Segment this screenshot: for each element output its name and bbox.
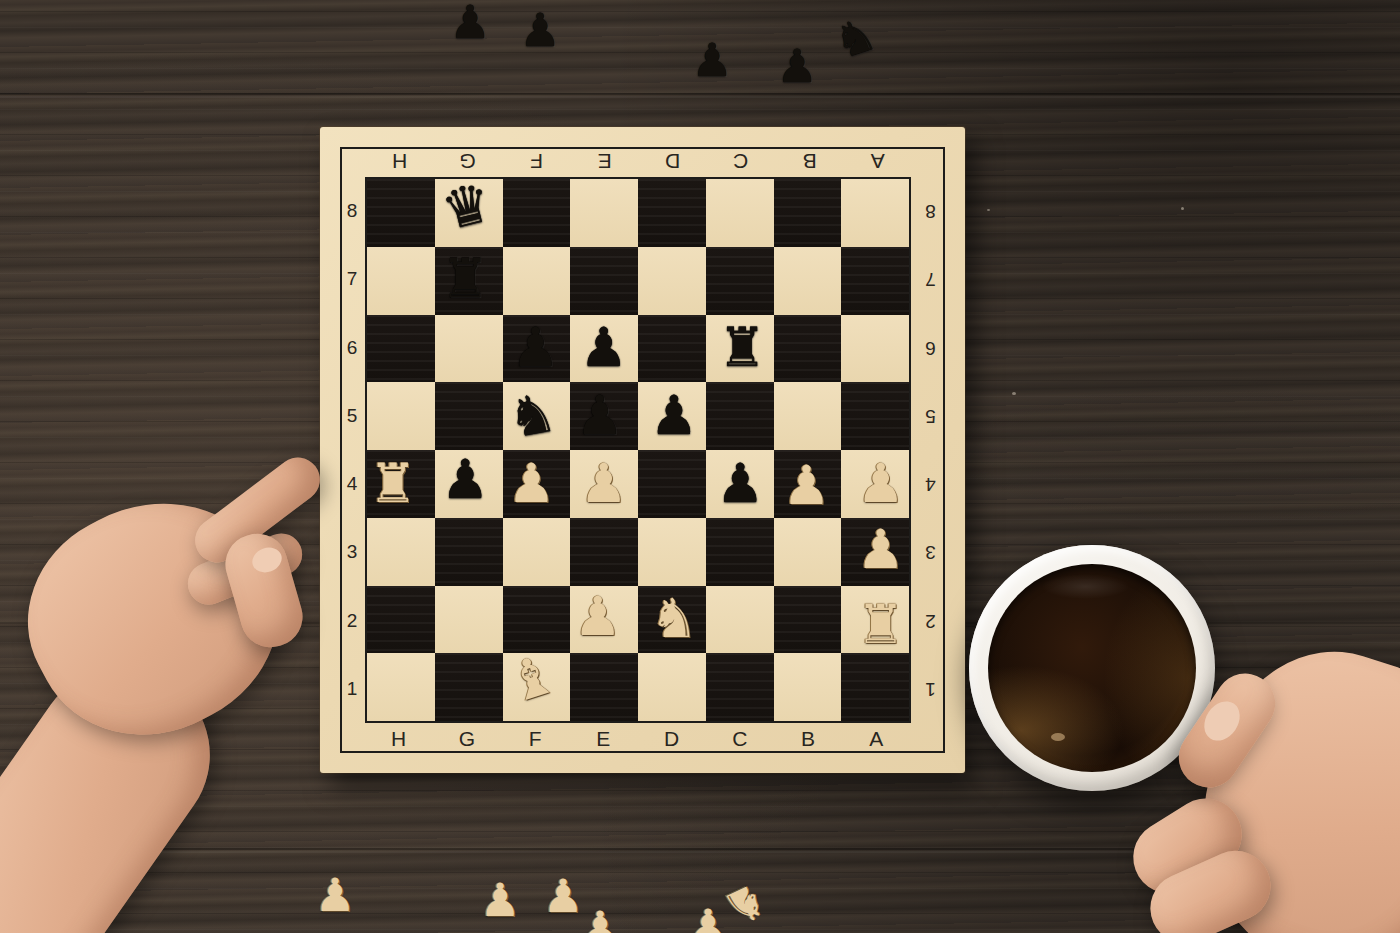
captured-white-pawn[interactable]: ♟ [575,903,625,933]
piece-black-pawn-f6[interactable]: ♟ [502,314,570,382]
coord-left-2: 2 [340,587,365,655]
square-e7[interactable] [570,247,638,315]
coord-bottom-h: H [365,726,433,752]
piece-white-pawn-e2[interactable]: ♟ [564,583,632,651]
plank-seam-highlight [0,96,1400,98]
square-c2[interactable] [706,586,774,654]
wood-speck [1012,392,1016,395]
piece-white-rook-h4[interactable]: ♜ [359,450,427,518]
square-c3[interactable] [706,518,774,586]
coord-top-a: A [843,148,911,175]
square-d8[interactable] [638,179,706,247]
piece-black-rook-c6[interactable]: ♜ [708,314,776,382]
square-f8[interactable] [503,179,571,247]
square-b2[interactable] [774,586,842,654]
square-a5[interactable] [841,382,909,450]
square-b8[interactable] [774,179,842,247]
coord-bottom-b: B [775,726,843,752]
coord-top-d: D [638,148,706,175]
square-a6[interactable] [841,315,909,383]
coord-right-7: 7 [913,245,947,313]
square-b1[interactable] [774,653,842,721]
coord-left-7: 7 [340,245,365,313]
square-d4[interactable] [638,450,706,518]
square-h2[interactable] [367,586,435,654]
coord-left-8: 8 [340,177,365,245]
square-g3[interactable] [435,518,503,586]
coord-bottom-e: E [570,726,638,752]
square-e8[interactable] [570,179,638,247]
coord-bottom-f: F [502,726,570,752]
square-h6[interactable] [367,315,435,383]
piece-white-rook-a2[interactable]: ♜ [847,591,915,659]
wood-speck [987,209,990,211]
coord-bottom-a: A [843,726,911,752]
coord-top-h: H [365,148,433,175]
plank-seam [0,93,1400,95]
photo-stage: HGFEDCBAHGFEDCBA8765432187654321 ♛♜♟♟♜♞♟… [0,0,1400,933]
square-b3[interactable] [774,518,842,586]
coord-left-3: 3 [340,518,365,586]
square-h8[interactable] [367,179,435,247]
coord-top-b: B [775,148,843,175]
square-b5[interactable] [774,382,842,450]
square-e1[interactable] [570,653,638,721]
square-a7[interactable] [841,247,909,315]
captured-black-pawn[interactable]: ♟ [515,5,565,55]
coord-right-5: 5 [913,382,947,450]
square-e3[interactable] [570,518,638,586]
square-h3[interactable] [367,518,435,586]
coord-bottom-c: C [706,726,774,752]
square-g2[interactable] [435,586,503,654]
captured-white-pawn[interactable]: ♟ [310,870,360,920]
square-b6[interactable] [774,315,842,383]
piece-white-knight-d2[interactable]: ♞ [640,585,708,653]
square-h1[interactable] [367,653,435,721]
coord-left-6: 6 [340,314,365,382]
coord-bottom-g: G [433,726,501,752]
square-b7[interactable] [774,247,842,315]
coffee-glint [1051,733,1065,741]
piece-white-pawn-e4[interactable]: ♟ [570,450,638,518]
square-d7[interactable] [638,247,706,315]
square-f7[interactable] [503,247,571,315]
square-d1[interactable] [638,653,706,721]
captured-white-pawn[interactable]: ♟ [475,875,525,925]
piece-black-pawn-g4[interactable]: ♟ [431,446,499,514]
coord-right-1: 1 [913,655,947,723]
square-c7[interactable] [706,247,774,315]
coord-right-8: 8 [913,177,947,245]
piece-black-pawn-e6[interactable]: ♟ [570,314,638,382]
wood-speck [1181,207,1184,210]
piece-white-pawn-a3[interactable]: ♟ [847,516,915,584]
coffee-surface [988,564,1196,772]
square-a1[interactable] [841,653,909,721]
coord-right-6: 6 [913,314,947,382]
piece-black-rook-g7[interactable]: ♜ [431,245,499,313]
square-f3[interactable] [503,518,571,586]
square-c1[interactable] [706,653,774,721]
square-c8[interactable] [706,179,774,247]
coord-left-1: 1 [340,655,365,723]
square-h5[interactable] [367,382,435,450]
piece-white-pawn-b4[interactable]: ♟ [773,452,841,520]
chess-board[interactable]: HGFEDCBAHGFEDCBA8765432187654321 ♛♜♟♟♜♞♟… [320,127,965,773]
captured-black-pawn[interactable]: ♟ [445,0,495,47]
coord-bottom-d: D [638,726,706,752]
piece-black-pawn-c4[interactable]: ♟ [706,450,774,518]
captured-black-pawn[interactable]: ♟ [687,35,737,85]
coord-right-4: 4 [913,450,947,518]
square-g6[interactable] [435,315,503,383]
piece-black-knight-f5[interactable]: ♞ [492,376,571,455]
coord-right-3: 3 [913,518,947,586]
piece-white-pawn-f4[interactable]: ♟ [498,450,566,518]
piece-white-pawn-a4[interactable]: ♟ [847,450,915,518]
coord-top-e: E [570,148,638,175]
square-d3[interactable] [638,518,706,586]
coord-right-2: 2 [913,587,947,655]
square-d6[interactable] [638,315,706,383]
piece-black-pawn-d5[interactable]: ♟ [640,382,708,450]
square-h7[interactable] [367,247,435,315]
captured-black-pawn[interactable]: ♟ [772,41,822,91]
piece-black-pawn-e5[interactable]: ♟ [566,382,634,450]
coord-top-f: F [502,148,570,175]
square-c5[interactable] [706,382,774,450]
square-a8[interactable] [841,179,909,247]
coord-top-c: C [706,148,774,175]
coord-left-5: 5 [340,382,365,450]
